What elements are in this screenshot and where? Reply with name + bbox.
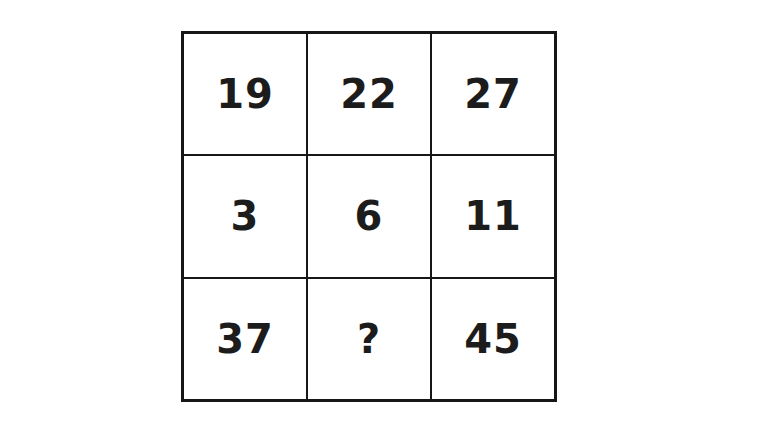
cell-r3c3: 45 — [432, 279, 554, 399]
cell-r2c1: 3 — [184, 156, 306, 276]
cell-r1c2: 22 — [308, 34, 430, 154]
cell-r3c1: 37 — [184, 279, 306, 399]
puzzle-grid: 19 22 27 3 6 11 37 ? 45 — [181, 31, 557, 402]
cell-r3c2-missing: ? — [308, 279, 430, 399]
cell-r2c2: 6 — [308, 156, 430, 276]
cell-r2c3: 11 — [432, 156, 554, 276]
cell-r1c1: 19 — [184, 34, 306, 154]
cell-r1c3: 27 — [432, 34, 554, 154]
